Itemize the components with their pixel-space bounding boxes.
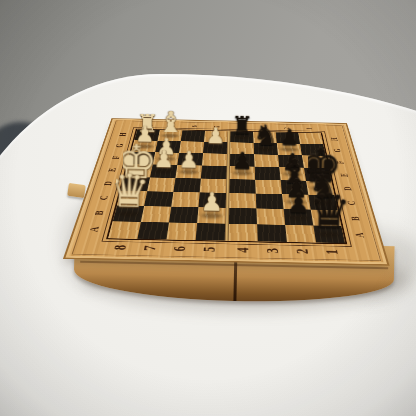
white-queen-b8: ♛	[115, 165, 144, 213]
box-latch	[67, 183, 86, 198]
white-pawn-e6: ♟	[176, 146, 202, 172]
board-area: HGFEDCBA HGFEDCBA 87654321 87654321 ♜♝♜♟…	[93, 51, 363, 308]
rank-label-back-4: 4	[231, 122, 254, 131]
black-queen-a1: ♛	[315, 184, 345, 234]
board-perspective: HGFEDCBA HGFEDCBA 87654321 87654321 ♜♝♜♟…	[93, 51, 363, 308]
file-label-left-A: A	[75, 221, 113, 239]
white-pawn-b5: ♟	[198, 187, 226, 215]
rank-label-back-1: 1	[297, 124, 321, 133]
rank-label-back-8: 8	[137, 121, 161, 130]
rank-label-back-2: 2	[275, 123, 298, 132]
rank-label-back-6: 6	[182, 121, 205, 130]
pieces-layer: ♜♝♜♟♟♞♟♟♟♟♟♟♚♝♚♟♞♛♟♟♛	[108, 129, 345, 243]
photo-scene: HGFEDCBA HGFEDCBA 87654321 87654321 ♜♝♜♟…	[0, 0, 416, 416]
black-pawn-e4: ♟	[230, 147, 256, 173]
rank-label-back-5: 5	[205, 122, 228, 131]
chess-board: HGFEDCBA HGFEDCBA 87654321 87654321 ♜♝♜♟…	[69, 120, 383, 262]
rank-label-back-7: 7	[160, 121, 184, 130]
rank-label-back-3: 3	[253, 123, 276, 132]
